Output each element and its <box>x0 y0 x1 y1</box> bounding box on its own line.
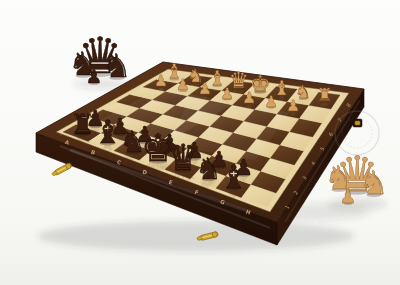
piece-black-rook: ♜ <box>70 108 95 141</box>
piece-black-bishop: ♝ <box>219 158 248 196</box>
piece-black-knight: ♞ <box>102 47 131 85</box>
piece-white-pawn: ♟ <box>242 89 256 107</box>
piece-white-pawn: ♟ <box>154 72 168 90</box>
piece-white-rook: ♜ <box>317 85 333 105</box>
chess-set-photo: ABCDEFGH12345678♝♝♞♞♝♝♟♟♛♛♟♟♚♚♟♟♝♝♞♞♟♟♜♜… <box>0 0 400 285</box>
piece-white-pawn: ♟ <box>264 93 278 111</box>
piece-white-pawn: ♟ <box>176 76 190 94</box>
piece-white-pawn: ♟ <box>340 186 357 207</box>
piece-black-pawn: ♟ <box>86 66 103 87</box>
piece-white-pawn: ♟ <box>220 85 234 103</box>
brass-clasp <box>51 162 72 176</box>
piece-white-pawn: ♟ <box>286 97 300 115</box>
piece-white-pawn: ♟ <box>198 80 212 98</box>
piece-black-bishop: ♝ <box>93 113 122 151</box>
side-hinge <box>353 119 362 127</box>
piece-black-knight: ♞ <box>195 152 222 186</box>
chess-board-scene: ABCDEFGH12345678♝♝♞♞♝♝♟♟♛♛♟♟♚♚♟♟♝♝♞♞♟♟♜♜… <box>0 0 400 285</box>
piece-white-knight: ♞ <box>359 164 388 202</box>
